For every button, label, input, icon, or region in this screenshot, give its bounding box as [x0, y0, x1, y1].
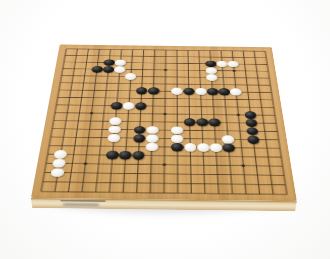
white-stone[interactable]	[115, 59, 126, 66]
board-front-edge	[31, 198, 297, 211]
white-stone[interactable]	[123, 102, 135, 110]
black-stone[interactable]	[208, 119, 220, 127]
white-stone[interactable]	[228, 61, 240, 68]
black-stone[interactable]	[184, 118, 196, 126]
black-stone[interactable]	[133, 126, 145, 134]
white-stone[interactable]	[230, 88, 242, 95]
white-stone[interactable]	[195, 88, 207, 95]
black-stone[interactable]	[106, 151, 119, 160]
black-stone[interactable]	[196, 118, 208, 126]
black-stone[interactable]	[171, 143, 183, 151]
scene	[46, 0, 285, 233]
go-board[interactable]	[31, 45, 297, 202]
white-stone[interactable]	[52, 159, 66, 168]
black-stone[interactable]	[244, 111, 257, 119]
brand-mark	[60, 200, 105, 202]
board-3d	[31, 45, 297, 202]
stones-layer	[31, 45, 297, 202]
white-stone[interactable]	[114, 66, 126, 73]
white-stone[interactable]	[51, 168, 65, 177]
black-stone[interactable]	[205, 60, 216, 67]
black-stone[interactable]	[218, 88, 230, 95]
white-stone[interactable]	[216, 61, 227, 68]
white-stone[interactable]	[206, 67, 217, 74]
white-stone[interactable]	[146, 134, 158, 142]
white-stone[interactable]	[109, 117, 122, 125]
white-stone[interactable]	[197, 143, 210, 152]
white-stone[interactable]	[171, 88, 182, 95]
white-stone[interactable]	[54, 150, 68, 159]
white-stone[interactable]	[146, 126, 158, 134]
white-stone[interactable]	[108, 125, 121, 133]
black-stone[interactable]	[91, 66, 103, 73]
black-stone[interactable]	[207, 88, 219, 95]
black-stone[interactable]	[222, 144, 235, 153]
white-stone[interactable]	[184, 143, 197, 152]
black-stone[interactable]	[135, 102, 147, 110]
white-stone[interactable]	[206, 74, 218, 81]
black-stone[interactable]	[136, 87, 148, 94]
white-stone[interactable]	[171, 134, 183, 142]
photo-stage	[0, 0, 330, 259]
black-stone[interactable]	[111, 102, 123, 110]
black-stone[interactable]	[119, 151, 132, 160]
white-stone[interactable]	[171, 126, 183, 134]
white-stone[interactable]	[209, 143, 222, 152]
white-stone[interactable]	[125, 73, 137, 80]
black-stone[interactable]	[132, 151, 145, 160]
black-stone[interactable]	[183, 88, 195, 95]
black-stone[interactable]	[148, 87, 160, 94]
white-stone[interactable]	[222, 135, 235, 143]
black-stone[interactable]	[133, 134, 146, 142]
black-stone[interactable]	[245, 119, 258, 127]
black-stone[interactable]	[246, 127, 259, 135]
brand-text	[63, 203, 99, 207]
white-stone[interactable]	[108, 134, 121, 142]
black-stone[interactable]	[103, 59, 115, 66]
white-stone[interactable]	[145, 143, 158, 151]
black-stone[interactable]	[103, 66, 115, 73]
black-stone[interactable]	[247, 135, 260, 143]
